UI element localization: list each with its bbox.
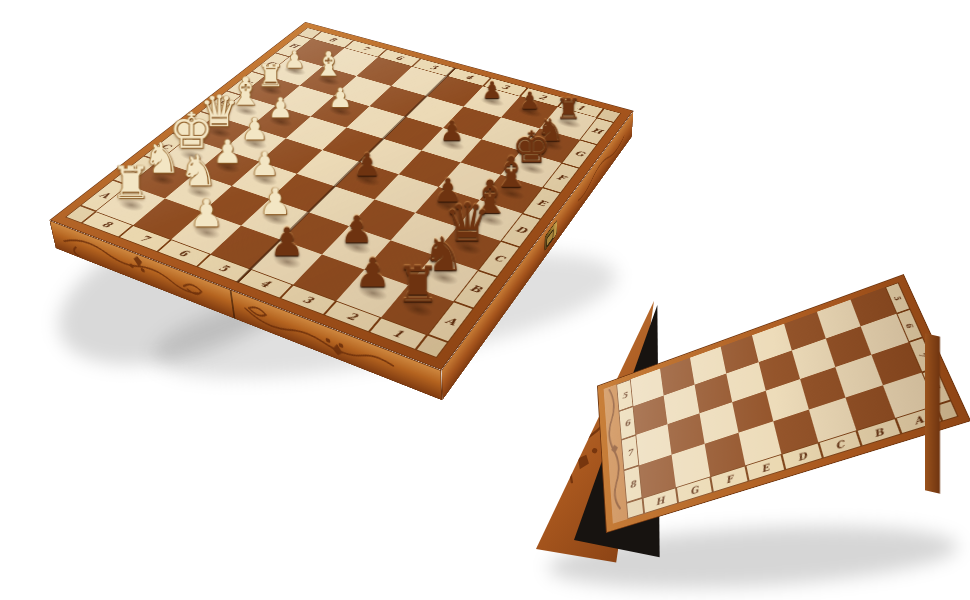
open-chessboard-wrap: 87654321HHGGFFEEDDCCBBAA87654321 ♜♞♚♛♝♜♟… bbox=[150, 0, 570, 372]
folded-square-e8 bbox=[739, 421, 782, 465]
folded-square-c8 bbox=[809, 398, 856, 443]
folded-file-label-D: D bbox=[781, 442, 823, 470]
front-wall-seam bbox=[230, 289, 236, 319]
folded-file-label-F: F bbox=[710, 465, 749, 492]
piece-contact-shadow bbox=[355, 282, 392, 303]
piece-contact-shadow bbox=[495, 185, 528, 202]
folded-square-c7 bbox=[800, 367, 845, 410]
brown-pawn-a2: ♟ bbox=[338, 224, 407, 293]
folded-square-b8 bbox=[845, 385, 895, 430]
folded-square-d8 bbox=[773, 410, 818, 454]
folded-board-roof-wrap: 55667788HGFEDCBA bbox=[582, 308, 934, 494]
piece-contact-shadow bbox=[473, 211, 507, 229]
brown-rook-a1: ♜ bbox=[382, 239, 452, 309]
piece-contact-shadow bbox=[425, 267, 461, 287]
clasp-hook bbox=[546, 228, 553, 248]
piece-contact-shadow bbox=[431, 198, 464, 215]
folded-square-f8 bbox=[705, 433, 746, 477]
piece-contact-shadow bbox=[249, 172, 282, 188]
piece-contact-shadow bbox=[114, 196, 148, 213]
product-photo-stage: { "game": "chess", "product": "wooden fo… bbox=[0, 0, 970, 600]
folded-file-label-G: G bbox=[676, 476, 713, 503]
brown-knight-b1: ♞ bbox=[409, 210, 477, 278]
piece-contact-shadow bbox=[190, 223, 224, 241]
folded-square-b7 bbox=[835, 355, 883, 398]
brown-pawn-b3: ♟ bbox=[324, 181, 390, 247]
piece-contact-shadow bbox=[515, 161, 547, 177]
brown-pawn-a4: ♟ bbox=[253, 195, 320, 262]
folded-square-a7 bbox=[871, 342, 921, 385]
folded-rank-label-rot-5: 5 bbox=[892, 294, 904, 301]
piece-contact-shadow bbox=[351, 172, 383, 188]
piece-contact-shadow bbox=[450, 238, 485, 257]
folded-rank-label-rot-6: 6 bbox=[903, 321, 915, 329]
folded-file-label-B: B bbox=[856, 418, 901, 447]
folded-right-label-cell: 6 bbox=[896, 309, 923, 342]
border-corner bbox=[626, 498, 644, 519]
white-pawn-a6: ♟ bbox=[174, 167, 239, 232]
open-chessboard: 87654321HHGGFFEEDDCCBBAA87654321 ♜♞♚♛♝♜♟… bbox=[49, 22, 633, 370]
piece-contact-shadow bbox=[339, 238, 374, 257]
piece-contact-shadow bbox=[259, 210, 293, 228]
folded-half-grid: 55667788HGFEDCBA bbox=[616, 282, 958, 519]
piece-contact-shadow bbox=[399, 298, 436, 319]
piece-contact-shadow bbox=[182, 184, 215, 201]
folded-file-label-E: E bbox=[745, 454, 785, 482]
white-pawn-b5: ♟ bbox=[243, 155, 307, 219]
piece-contact-shadow bbox=[269, 252, 305, 271]
folded-board-right-edge bbox=[925, 333, 940, 493]
brown-queen-c1: ♛ bbox=[434, 182, 500, 248]
piece-contact-shadow bbox=[146, 171, 179, 187]
folded-right-label-cell: 5 bbox=[885, 282, 910, 314]
folded-file-label-H: H bbox=[643, 487, 679, 514]
roof-face: 55667788HGFEDCBA bbox=[597, 274, 970, 533]
folded-file-label-C: C bbox=[818, 430, 861, 458]
folded-board-roof: 55667788HGFEDCBA bbox=[597, 274, 970, 533]
brown-bishop-d1: ♝ bbox=[458, 156, 522, 220]
